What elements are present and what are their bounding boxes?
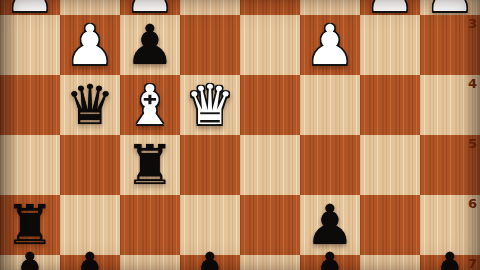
square-c7[interactable]: ♟ xyxy=(300,255,360,270)
square-g4[interactable]: ♛ xyxy=(60,75,120,135)
black-pawn[interactable]: ♟ xyxy=(120,15,180,75)
square-d3[interactable] xyxy=(240,15,300,75)
black-pawn[interactable]: ♟ xyxy=(0,243,60,270)
square-b6[interactable] xyxy=(360,195,420,255)
square-h5[interactable] xyxy=(0,135,60,195)
square-c5[interactable] xyxy=(300,135,360,195)
square-a5[interactable]: 5 xyxy=(420,135,480,195)
rank-label-6: 6 xyxy=(468,196,477,211)
square-g3[interactable]: ♟ xyxy=(60,15,120,75)
white-pawn[interactable]: ♟ xyxy=(300,15,360,75)
square-g7[interactable]: ♟ xyxy=(60,255,120,270)
chess-board-viewport: ♟♟♟♟♟♟♟3♛♝♛4♜5♜♟6♟♟♟♟♟7 xyxy=(0,0,480,270)
rank-label-4: 4 xyxy=(468,76,477,91)
square-c4[interactable] xyxy=(300,75,360,135)
square-a3[interactable]: 3 xyxy=(420,15,480,75)
rank-label-7: 7 xyxy=(468,256,477,270)
square-h3[interactable] xyxy=(0,15,60,75)
square-b2[interactable]: ♟ xyxy=(360,0,420,15)
square-e7[interactable]: ♟ xyxy=(180,255,240,270)
rank-label-5: 5 xyxy=(468,136,477,151)
square-d5[interactable] xyxy=(240,135,300,195)
square-e5[interactable] xyxy=(180,135,240,195)
square-h4[interactable] xyxy=(0,75,60,135)
square-h7[interactable]: ♟ xyxy=(0,255,60,270)
square-f6[interactable] xyxy=(120,195,180,255)
black-queen[interactable]: ♛ xyxy=(60,75,120,135)
square-d2[interactable] xyxy=(240,0,300,15)
square-h2[interactable]: ♟ xyxy=(0,0,60,15)
square-f5[interactable]: ♜ xyxy=(120,135,180,195)
square-b7[interactable] xyxy=(360,255,420,270)
square-b4[interactable] xyxy=(360,75,420,135)
square-b3[interactable] xyxy=(360,15,420,75)
chess-board: ♟♟♟♟♟♟♟3♛♝♛4♜5♜♟6♟♟♟♟♟7 xyxy=(0,0,480,270)
black-rook[interactable]: ♜ xyxy=(120,135,180,195)
square-e3[interactable] xyxy=(180,15,240,75)
square-c3[interactable]: ♟ xyxy=(300,15,360,75)
square-e4[interactable]: ♛ xyxy=(180,75,240,135)
rank-label-3: 3 xyxy=(468,16,477,31)
black-pawn[interactable]: ♟ xyxy=(300,243,360,270)
square-b5[interactable] xyxy=(360,135,420,195)
black-pawn[interactable]: ♟ xyxy=(180,243,240,270)
white-pawn[interactable]: ♟ xyxy=(60,15,120,75)
white-bishop[interactable]: ♝ xyxy=(120,75,180,135)
square-a7[interactable]: ♟7 xyxy=(420,255,480,270)
square-d7[interactable] xyxy=(240,255,300,270)
square-d4[interactable] xyxy=(240,75,300,135)
square-a4[interactable]: 4 xyxy=(420,75,480,135)
square-a2[interactable]: ♟ xyxy=(420,0,480,15)
square-e2[interactable] xyxy=(180,0,240,15)
black-pawn[interactable]: ♟ xyxy=(60,243,120,270)
square-f3[interactable]: ♟ xyxy=(120,15,180,75)
square-f4[interactable]: ♝ xyxy=(120,75,180,135)
white-queen[interactable]: ♛ xyxy=(180,75,240,135)
square-f7[interactable] xyxy=(120,255,180,270)
square-d6[interactable] xyxy=(240,195,300,255)
square-g5[interactable] xyxy=(60,135,120,195)
